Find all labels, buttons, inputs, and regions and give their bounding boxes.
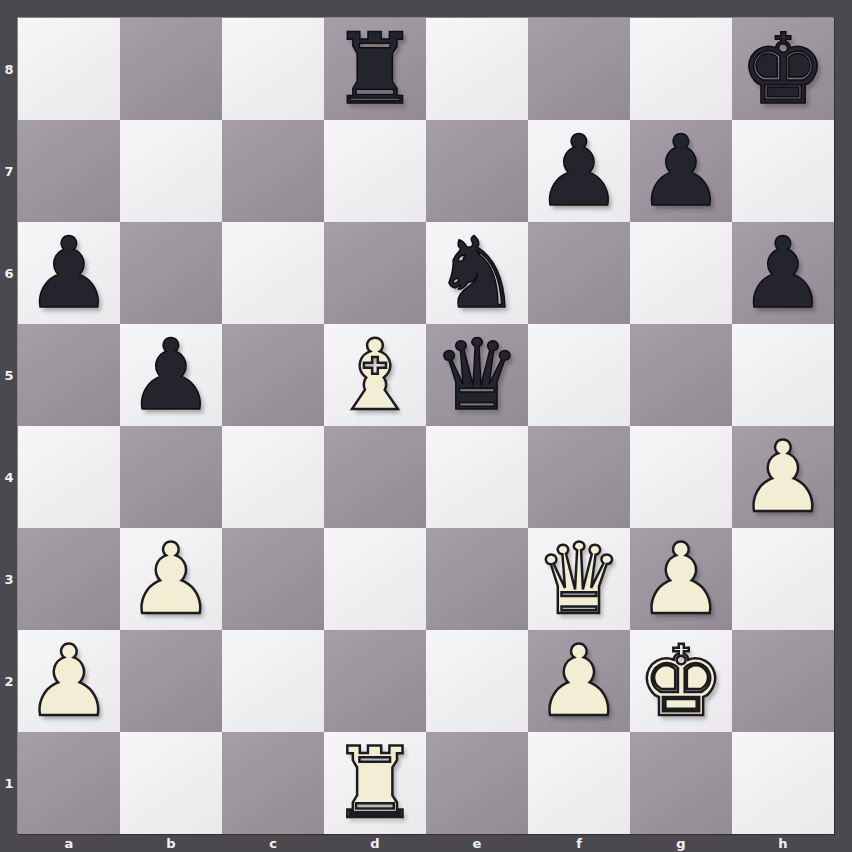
white-pawn-b3[interactable]: ♟ [120, 528, 222, 630]
square-b6[interactable] [120, 222, 222, 324]
square-a2[interactable]: ♟ [18, 630, 120, 732]
white-pawn-f2[interactable]: ♟ [528, 630, 630, 732]
square-a5[interactable] [18, 324, 120, 426]
square-h8[interactable]: ♚ [732, 18, 834, 120]
square-h1[interactable] [732, 732, 834, 834]
chess-board-frame: 87654321 abcdefgh ♜♚♟♟♟♞♟♟♝♛♟♟♛♟♟♟♚♜ [0, 0, 852, 852]
white-pawn-h4[interactable]: ♟ [732, 426, 834, 528]
square-b5[interactable]: ♟ [120, 324, 222, 426]
square-h7[interactable] [732, 120, 834, 222]
white-queen-f3[interactable]: ♛ [528, 528, 630, 630]
square-d7[interactable] [324, 120, 426, 222]
square-g1[interactable] [630, 732, 732, 834]
square-e7[interactable] [426, 120, 528, 222]
white-king-g2[interactable]: ♚ [630, 630, 732, 732]
rank-labels: 87654321 [0, 18, 18, 834]
file-label-e: e [426, 834, 528, 852]
rank-label-1: 1 [0, 732, 18, 834]
square-h2[interactable] [732, 630, 834, 732]
square-h4[interactable]: ♟ [732, 426, 834, 528]
square-d8[interactable]: ♜ [324, 18, 426, 120]
file-label-c: c [222, 834, 324, 852]
rank-label-5: 5 [0, 324, 18, 426]
square-g7[interactable]: ♟ [630, 120, 732, 222]
square-b4[interactable] [120, 426, 222, 528]
file-labels: abcdefgh [18, 834, 834, 852]
square-c1[interactable] [222, 732, 324, 834]
file-label-g: g [630, 834, 732, 852]
black-queen-e5[interactable]: ♛ [426, 324, 528, 426]
square-c8[interactable] [222, 18, 324, 120]
square-a1[interactable] [18, 732, 120, 834]
square-h5[interactable] [732, 324, 834, 426]
rank-label-3: 3 [0, 528, 18, 630]
square-d1[interactable]: ♜ [324, 732, 426, 834]
rank-label-4: 4 [0, 426, 18, 528]
square-f5[interactable] [528, 324, 630, 426]
square-e3[interactable] [426, 528, 528, 630]
file-label-h: h [732, 834, 834, 852]
square-e6[interactable]: ♞ [426, 222, 528, 324]
rank-label-2: 2 [0, 630, 18, 732]
square-d3[interactable] [324, 528, 426, 630]
square-e4[interactable] [426, 426, 528, 528]
square-g5[interactable] [630, 324, 732, 426]
square-f8[interactable] [528, 18, 630, 120]
rank-label-7: 7 [0, 120, 18, 222]
black-pawn-g7[interactable]: ♟ [630, 120, 732, 222]
square-a8[interactable] [18, 18, 120, 120]
white-rook-d1[interactable]: ♜ [324, 732, 426, 834]
square-h6[interactable]: ♟ [732, 222, 834, 324]
square-d4[interactable] [324, 426, 426, 528]
square-c3[interactable] [222, 528, 324, 630]
square-g3[interactable]: ♟ [630, 528, 732, 630]
square-e5[interactable]: ♛ [426, 324, 528, 426]
square-h3[interactable] [732, 528, 834, 630]
square-d6[interactable] [324, 222, 426, 324]
square-c2[interactable] [222, 630, 324, 732]
square-b8[interactable] [120, 18, 222, 120]
square-c6[interactable] [222, 222, 324, 324]
square-g8[interactable] [630, 18, 732, 120]
rank-label-6: 6 [0, 222, 18, 324]
file-label-b: b [120, 834, 222, 852]
white-bishop-d5[interactable]: ♝ [324, 324, 426, 426]
white-pawn-g3[interactable]: ♟ [630, 528, 732, 630]
black-knight-e6[interactable]: ♞ [426, 222, 528, 324]
black-pawn-f7[interactable]: ♟ [528, 120, 630, 222]
square-f7[interactable]: ♟ [528, 120, 630, 222]
file-label-f: f [528, 834, 630, 852]
rank-label-8: 8 [0, 18, 18, 120]
square-b7[interactable] [120, 120, 222, 222]
square-g6[interactable] [630, 222, 732, 324]
square-b3[interactable]: ♟ [120, 528, 222, 630]
chess-board: ♜♚♟♟♟♞♟♟♝♛♟♟♛♟♟♟♚♜ [18, 18, 834, 834]
square-g2[interactable]: ♚ [630, 630, 732, 732]
square-f6[interactable] [528, 222, 630, 324]
square-a4[interactable] [18, 426, 120, 528]
square-g4[interactable] [630, 426, 732, 528]
square-a3[interactable] [18, 528, 120, 630]
square-f3[interactable]: ♛ [528, 528, 630, 630]
square-c7[interactable] [222, 120, 324, 222]
square-a7[interactable] [18, 120, 120, 222]
file-label-a: a [18, 834, 120, 852]
square-f4[interactable] [528, 426, 630, 528]
square-d2[interactable] [324, 630, 426, 732]
square-e8[interactable] [426, 18, 528, 120]
white-pawn-a2[interactable]: ♟ [18, 630, 120, 732]
black-king-h8[interactable]: ♚ [732, 18, 834, 120]
square-d5[interactable]: ♝ [324, 324, 426, 426]
square-c5[interactable] [222, 324, 324, 426]
square-f1[interactable] [528, 732, 630, 834]
black-rook-d8[interactable]: ♜ [324, 18, 426, 120]
square-a6[interactable]: ♟ [18, 222, 120, 324]
square-c4[interactable] [222, 426, 324, 528]
black-pawn-h6[interactable]: ♟ [732, 222, 834, 324]
square-e2[interactable] [426, 630, 528, 732]
square-e1[interactable] [426, 732, 528, 834]
black-pawn-b5[interactable]: ♟ [120, 324, 222, 426]
black-pawn-a6[interactable]: ♟ [18, 222, 120, 324]
square-f2[interactable]: ♟ [528, 630, 630, 732]
square-b2[interactable] [120, 630, 222, 732]
square-b1[interactable] [120, 732, 222, 834]
